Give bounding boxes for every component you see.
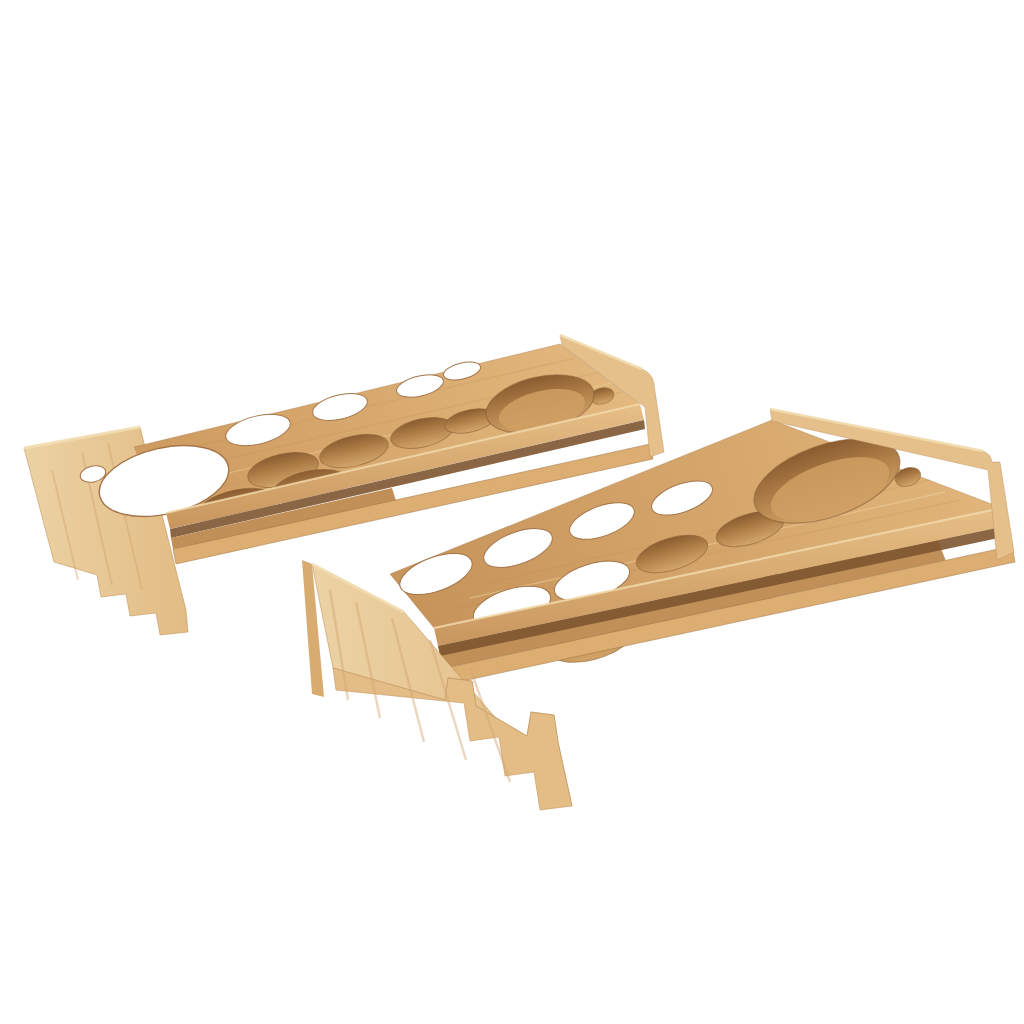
product-photo-scene: [0, 0, 1024, 1024]
two-bamboo-mancala-racks: [0, 0, 1024, 1024]
right-board-end-wall-left-feet: [333, 668, 572, 810]
